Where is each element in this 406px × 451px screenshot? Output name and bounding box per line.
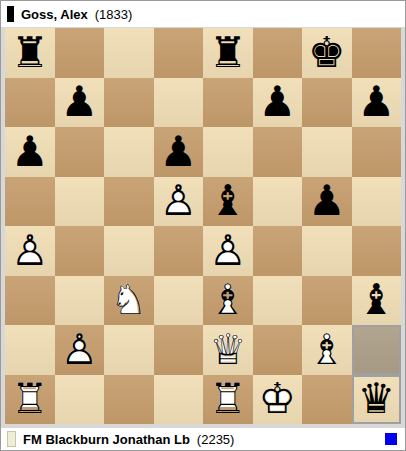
square-g5[interactable]: ♟ (302, 177, 352, 227)
square-e2[interactable]: ♛♕ (203, 325, 253, 375)
piece-white-pawn[interactable]: ♙ (154, 177, 204, 227)
square-c8[interactable] (104, 28, 154, 78)
square-h3[interactable]: ♝ (352, 276, 402, 326)
square-e4[interactable]: ♟♙ (203, 226, 253, 276)
piece-black-pawn[interactable]: ♟ (352, 78, 402, 128)
square-a3[interactable] (5, 276, 55, 326)
square-c4[interactable] (104, 226, 154, 276)
square-c7[interactable] (104, 78, 154, 128)
square-a7[interactable] (5, 78, 55, 128)
square-b7[interactable]: ♟ (55, 78, 105, 128)
square-d1[interactable] (154, 375, 204, 425)
square-d5[interactable]: ♟♙ (154, 177, 204, 227)
bottom-player-rating: (2235) (197, 432, 235, 447)
piece-white-bishop[interactable]: ♗ (203, 276, 253, 326)
square-b8[interactable] (55, 28, 105, 78)
piece-black-pawn[interactable]: ♟ (253, 78, 303, 128)
piece-white-bishop[interactable]: ♗ (302, 325, 352, 375)
square-d8[interactable] (154, 28, 204, 78)
bottom-player-bar: FM Blackburn Jonathan Lb (2235) (1, 428, 405, 450)
square-a2[interactable] (5, 325, 55, 375)
piece-black-pawn[interactable]: ♟ (302, 177, 352, 227)
square-b1[interactable] (55, 375, 105, 425)
square-h8[interactable] (352, 28, 402, 78)
square-c6[interactable] (104, 127, 154, 177)
square-f7[interactable]: ♟ (253, 78, 303, 128)
square-h7[interactable]: ♟ (352, 78, 402, 128)
square-f3[interactable] (253, 276, 303, 326)
square-g1[interactable] (302, 375, 352, 425)
piece-black-pawn[interactable]: ♟ (154, 127, 204, 177)
chess-game-window: Goss, Alex (1833) ♜♜♚♟♟♟♟♟♟♙♝♟♟♙♟♙♞♘♝♗♝♟… (0, 0, 406, 451)
square-g7[interactable] (302, 78, 352, 128)
square-b6[interactable] (55, 127, 105, 177)
square-c2[interactable] (104, 325, 154, 375)
top-player-name: Goss, Alex (21, 7, 88, 22)
square-b4[interactable] (55, 226, 105, 276)
square-g2[interactable]: ♝♗ (302, 325, 352, 375)
square-e7[interactable] (203, 78, 253, 128)
square-d4[interactable] (154, 226, 204, 276)
black-color-chip (7, 6, 14, 22)
square-a5[interactable] (5, 177, 55, 227)
square-f4[interactable] (253, 226, 303, 276)
board-area: ♜♜♚♟♟♟♟♟♟♙♝♟♟♙♟♙♞♘♝♗♝♟♙♛♕♝♗♜♖♜♖♚♔♛ (1, 27, 405, 426)
piece-white-queen[interactable]: ♕ (203, 325, 253, 375)
square-d3[interactable] (154, 276, 204, 326)
piece-black-rook[interactable]: ♜ (5, 28, 55, 78)
square-d7[interactable] (154, 78, 204, 128)
square-h6[interactable] (352, 127, 402, 177)
piece-white-pawn[interactable]: ♙ (5, 226, 55, 276)
piece-black-bishop[interactable]: ♝ (352, 276, 402, 326)
square-a1[interactable]: ♜♖ (5, 375, 55, 425)
piece-white-rook[interactable]: ♖ (5, 375, 55, 425)
piece-black-bishop[interactable]: ♝ (203, 177, 253, 227)
square-e6[interactable] (203, 127, 253, 177)
piece-white-pawn[interactable]: ♙ (203, 226, 253, 276)
top-player-bar: Goss, Alex (1833) (1, 1, 405, 27)
square-a4[interactable]: ♟♙ (5, 226, 55, 276)
square-e8[interactable]: ♜ (203, 28, 253, 78)
square-g3[interactable] (302, 276, 352, 326)
square-e1[interactable]: ♜♖ (203, 375, 253, 425)
square-c3[interactable]: ♞♘ (104, 276, 154, 326)
bottom-player-name: FM Blackburn Jonathan Lb (23, 432, 190, 447)
square-a6[interactable]: ♟ (5, 127, 55, 177)
white-color-chip (7, 431, 16, 447)
piece-white-rook[interactable]: ♖ (203, 375, 253, 425)
square-f1[interactable]: ♚♔ (253, 375, 303, 425)
square-f2[interactable] (253, 325, 303, 375)
square-e5[interactable]: ♝ (203, 177, 253, 227)
square-b2[interactable]: ♟♙ (55, 325, 105, 375)
piece-black-king[interactable]: ♚ (302, 28, 352, 78)
chess-board: ♜♜♚♟♟♟♟♟♟♙♝♟♟♙♟♙♞♘♝♗♝♟♙♛♕♝♗♜♖♜♖♚♔♛ (5, 28, 401, 424)
turn-indicator (385, 433, 397, 445)
square-g6[interactable] (302, 127, 352, 177)
square-b3[interactable] (55, 276, 105, 326)
square-c1[interactable] (104, 375, 154, 425)
square-g8[interactable]: ♚ (302, 28, 352, 78)
square-f6[interactable] (253, 127, 303, 177)
square-h1[interactable]: ♛ (352, 375, 402, 425)
square-d2[interactable] (154, 325, 204, 375)
square-h2[interactable] (352, 325, 402, 375)
square-f5[interactable] (253, 177, 303, 227)
piece-black-pawn[interactable]: ♟ (55, 78, 105, 128)
square-b5[interactable] (55, 177, 105, 227)
square-a8[interactable]: ♜ (5, 28, 55, 78)
square-f8[interactable] (253, 28, 303, 78)
piece-black-queen[interactable]: ♛ (352, 375, 402, 425)
square-g4[interactable] (302, 226, 352, 276)
piece-white-knight[interactable]: ♘ (104, 276, 154, 326)
square-e3[interactable]: ♝♗ (203, 276, 253, 326)
square-h4[interactable] (352, 226, 402, 276)
piece-white-king[interactable]: ♔ (253, 375, 303, 425)
top-player-rating: (1833) (95, 7, 133, 22)
square-h5[interactable] (352, 177, 402, 227)
square-d6[interactable]: ♟ (154, 127, 204, 177)
piece-black-pawn[interactable]: ♟ (5, 127, 55, 177)
piece-black-rook[interactable]: ♜ (203, 28, 253, 78)
square-c5[interactable] (104, 177, 154, 227)
piece-white-pawn[interactable]: ♙ (55, 325, 105, 375)
